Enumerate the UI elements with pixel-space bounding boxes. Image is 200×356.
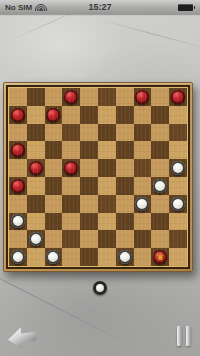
square-r7c4[interactable] — [62, 195, 80, 213]
square-r10c6[interactable] — [98, 248, 116, 266]
app-screen: No SIM 15:27 ♛ — [0, 0, 200, 356]
square-r6c10[interactable] — [169, 177, 187, 195]
board-grid: ♛ — [9, 88, 187, 266]
red-man-piece[interactable] — [171, 90, 185, 104]
square-r10c2[interactable] — [27, 248, 45, 266]
square-r3c5[interactable] — [80, 124, 98, 142]
pause-button[interactable] — [177, 326, 191, 346]
square-r2c6[interactable] — [98, 106, 116, 124]
square-r1c4[interactable] — [62, 88, 80, 106]
square-r7c9[interactable] — [151, 195, 169, 213]
square-r10c4[interactable] — [62, 248, 80, 266]
square-r3c10[interactable] — [169, 124, 187, 142]
red-man-piece[interactable] — [11, 143, 25, 157]
square-r1c10[interactable] — [169, 88, 187, 106]
red-man-piece[interactable] — [11, 179, 25, 193]
square-r4c4[interactable] — [62, 141, 80, 159]
turn-indicator-white-piece — [93, 281, 107, 295]
square-r1c8[interactable] — [134, 88, 152, 106]
square-r1c1[interactable] — [9, 88, 27, 106]
red-man-piece[interactable] — [64, 90, 78, 104]
square-r8c4[interactable] — [62, 213, 80, 231]
square-r6c4[interactable] — [62, 177, 80, 195]
square-r9c7[interactable] — [116, 230, 134, 248]
square-r5c10[interactable] — [169, 159, 187, 177]
white-man-piece[interactable] — [153, 179, 167, 193]
white-man-piece[interactable] — [118, 250, 132, 264]
square-r5c7[interactable] — [116, 159, 134, 177]
square-r3c2[interactable] — [27, 124, 45, 142]
square-r9c9[interactable] — [151, 230, 169, 248]
square-r10c8[interactable] — [134, 248, 152, 266]
square-r3c7[interactable] — [116, 124, 134, 142]
square-r8c1[interactable] — [9, 213, 27, 231]
square-r1c2[interactable] — [27, 88, 45, 106]
square-r5c4[interactable] — [62, 159, 80, 177]
square-r6c3[interactable] — [45, 177, 63, 195]
square-r5c8[interactable] — [134, 159, 152, 177]
square-r6c5[interactable] — [80, 177, 98, 195]
undo-button[interactable] — [8, 325, 38, 350]
white-man-piece[interactable] — [46, 250, 60, 264]
square-r5c2[interactable] — [27, 159, 45, 177]
red-man-piece[interactable] — [29, 161, 43, 175]
square-r6c8[interactable] — [134, 177, 152, 195]
white-man-piece[interactable] — [11, 214, 25, 228]
red-man-piece[interactable] — [64, 161, 78, 175]
square-r5c9[interactable] — [151, 159, 169, 177]
square-r7c7[interactable] — [116, 195, 134, 213]
pause-icon — [186, 326, 191, 346]
white-man-piece[interactable] — [171, 161, 185, 175]
square-r3c1[interactable] — [9, 124, 27, 142]
square-r5c1[interactable] — [9, 159, 27, 177]
square-r7c5[interactable] — [80, 195, 98, 213]
square-r3c8[interactable] — [134, 124, 152, 142]
square-r6c6[interactable] — [98, 177, 116, 195]
square-r10c1[interactable] — [9, 248, 27, 266]
square-r4c5[interactable] — [80, 141, 98, 159]
square-r2c5[interactable] — [80, 106, 98, 124]
white-man-piece[interactable] — [171, 197, 185, 211]
square-r5c5[interactable] — [80, 159, 98, 177]
square-r7c6[interactable] — [98, 195, 116, 213]
square-r10c5[interactable] — [80, 248, 98, 266]
square-r10c7[interactable] — [116, 248, 134, 266]
square-r5c6[interactable] — [98, 159, 116, 177]
white-man-piece[interactable] — [29, 232, 43, 246]
square-r8c8[interactable] — [134, 213, 152, 231]
square-r3c6[interactable] — [98, 124, 116, 142]
white-man-piece[interactable] — [135, 197, 149, 211]
pause-icon — [177, 326, 182, 346]
checkers-board: ♛ — [3, 82, 193, 272]
square-r2c7[interactable] — [116, 106, 134, 124]
square-r9c3[interactable] — [45, 230, 63, 248]
undo-arrow-icon — [8, 325, 36, 349]
square-r9c1[interactable] — [9, 230, 27, 248]
red-man-piece[interactable] — [46, 108, 60, 122]
square-r7c2[interactable] — [27, 195, 45, 213]
square-r2c2[interactable] — [27, 106, 45, 124]
battery-icon — [178, 4, 196, 11]
square-r2c1[interactable] — [9, 106, 27, 124]
square-r1c7[interactable] — [116, 88, 134, 106]
square-r1c5[interactable] — [80, 88, 98, 106]
square-r1c3[interactable] — [45, 88, 63, 106]
square-r4c10[interactable] — [169, 141, 187, 159]
square-r3c3[interactable] — [45, 124, 63, 142]
square-r4c3[interactable] — [45, 141, 63, 159]
square-r9c5[interactable] — [80, 230, 98, 248]
square-r8c6[interactable] — [98, 213, 116, 231]
white-man-piece[interactable] — [11, 250, 25, 264]
square-r10c10[interactable] — [169, 248, 187, 266]
square-r1c9[interactable] — [151, 88, 169, 106]
square-r4c2[interactable] — [27, 141, 45, 159]
square-r10c9[interactable]: ♛ — [151, 248, 169, 266]
square-r2c9[interactable] — [151, 106, 169, 124]
square-r9c8[interactable] — [134, 230, 152, 248]
square-r2c10[interactable] — [169, 106, 187, 124]
square-r8c2[interactable] — [27, 213, 45, 231]
square-r7c3[interactable] — [45, 195, 63, 213]
square-r5c3[interactable] — [45, 159, 63, 177]
square-r6c2[interactable] — [27, 177, 45, 195]
square-r8c10[interactable] — [169, 213, 187, 231]
square-r8c3[interactable] — [45, 213, 63, 231]
king-crown-icon: ♛ — [153, 250, 167, 264]
square-r9c6[interactable] — [98, 230, 116, 248]
square-r9c10[interactable] — [169, 230, 187, 248]
red-king-piece[interactable]: ♛ — [153, 250, 167, 264]
square-r4c1[interactable] — [9, 141, 27, 159]
square-r4c6[interactable] — [98, 141, 116, 159]
square-r2c8[interactable] — [134, 106, 152, 124]
square-r9c2[interactable] — [27, 230, 45, 248]
square-r7c10[interactable] — [169, 195, 187, 213]
square-r2c4[interactable] — [62, 106, 80, 124]
square-r4c8[interactable] — [134, 141, 152, 159]
square-r8c9[interactable] — [151, 213, 169, 231]
square-r3c9[interactable] — [151, 124, 169, 142]
square-r8c7[interactable] — [116, 213, 134, 231]
red-man-piece[interactable] — [135, 90, 149, 104]
square-r6c1[interactable] — [9, 177, 27, 195]
square-r7c1[interactable] — [9, 195, 27, 213]
square-r4c9[interactable] — [151, 141, 169, 159]
marble-vein — [95, 18, 200, 50]
square-r6c9[interactable] — [151, 177, 169, 195]
status-bar: No SIM 15:27 — [0, 0, 200, 14]
square-r1c6[interactable] — [98, 88, 116, 106]
square-r7c8[interactable] — [134, 195, 152, 213]
clock-label: 15:27 — [0, 2, 200, 12]
square-r4c7[interactable] — [116, 141, 134, 159]
square-r8c5[interactable] — [80, 213, 98, 231]
square-r10c3[interactable] — [45, 248, 63, 266]
square-r6c7[interactable] — [116, 177, 134, 195]
square-r9c4[interactable] — [62, 230, 80, 248]
square-r2c3[interactable] — [45, 106, 63, 124]
square-r3c4[interactable] — [62, 124, 80, 142]
red-man-piece[interactable] — [11, 108, 25, 122]
